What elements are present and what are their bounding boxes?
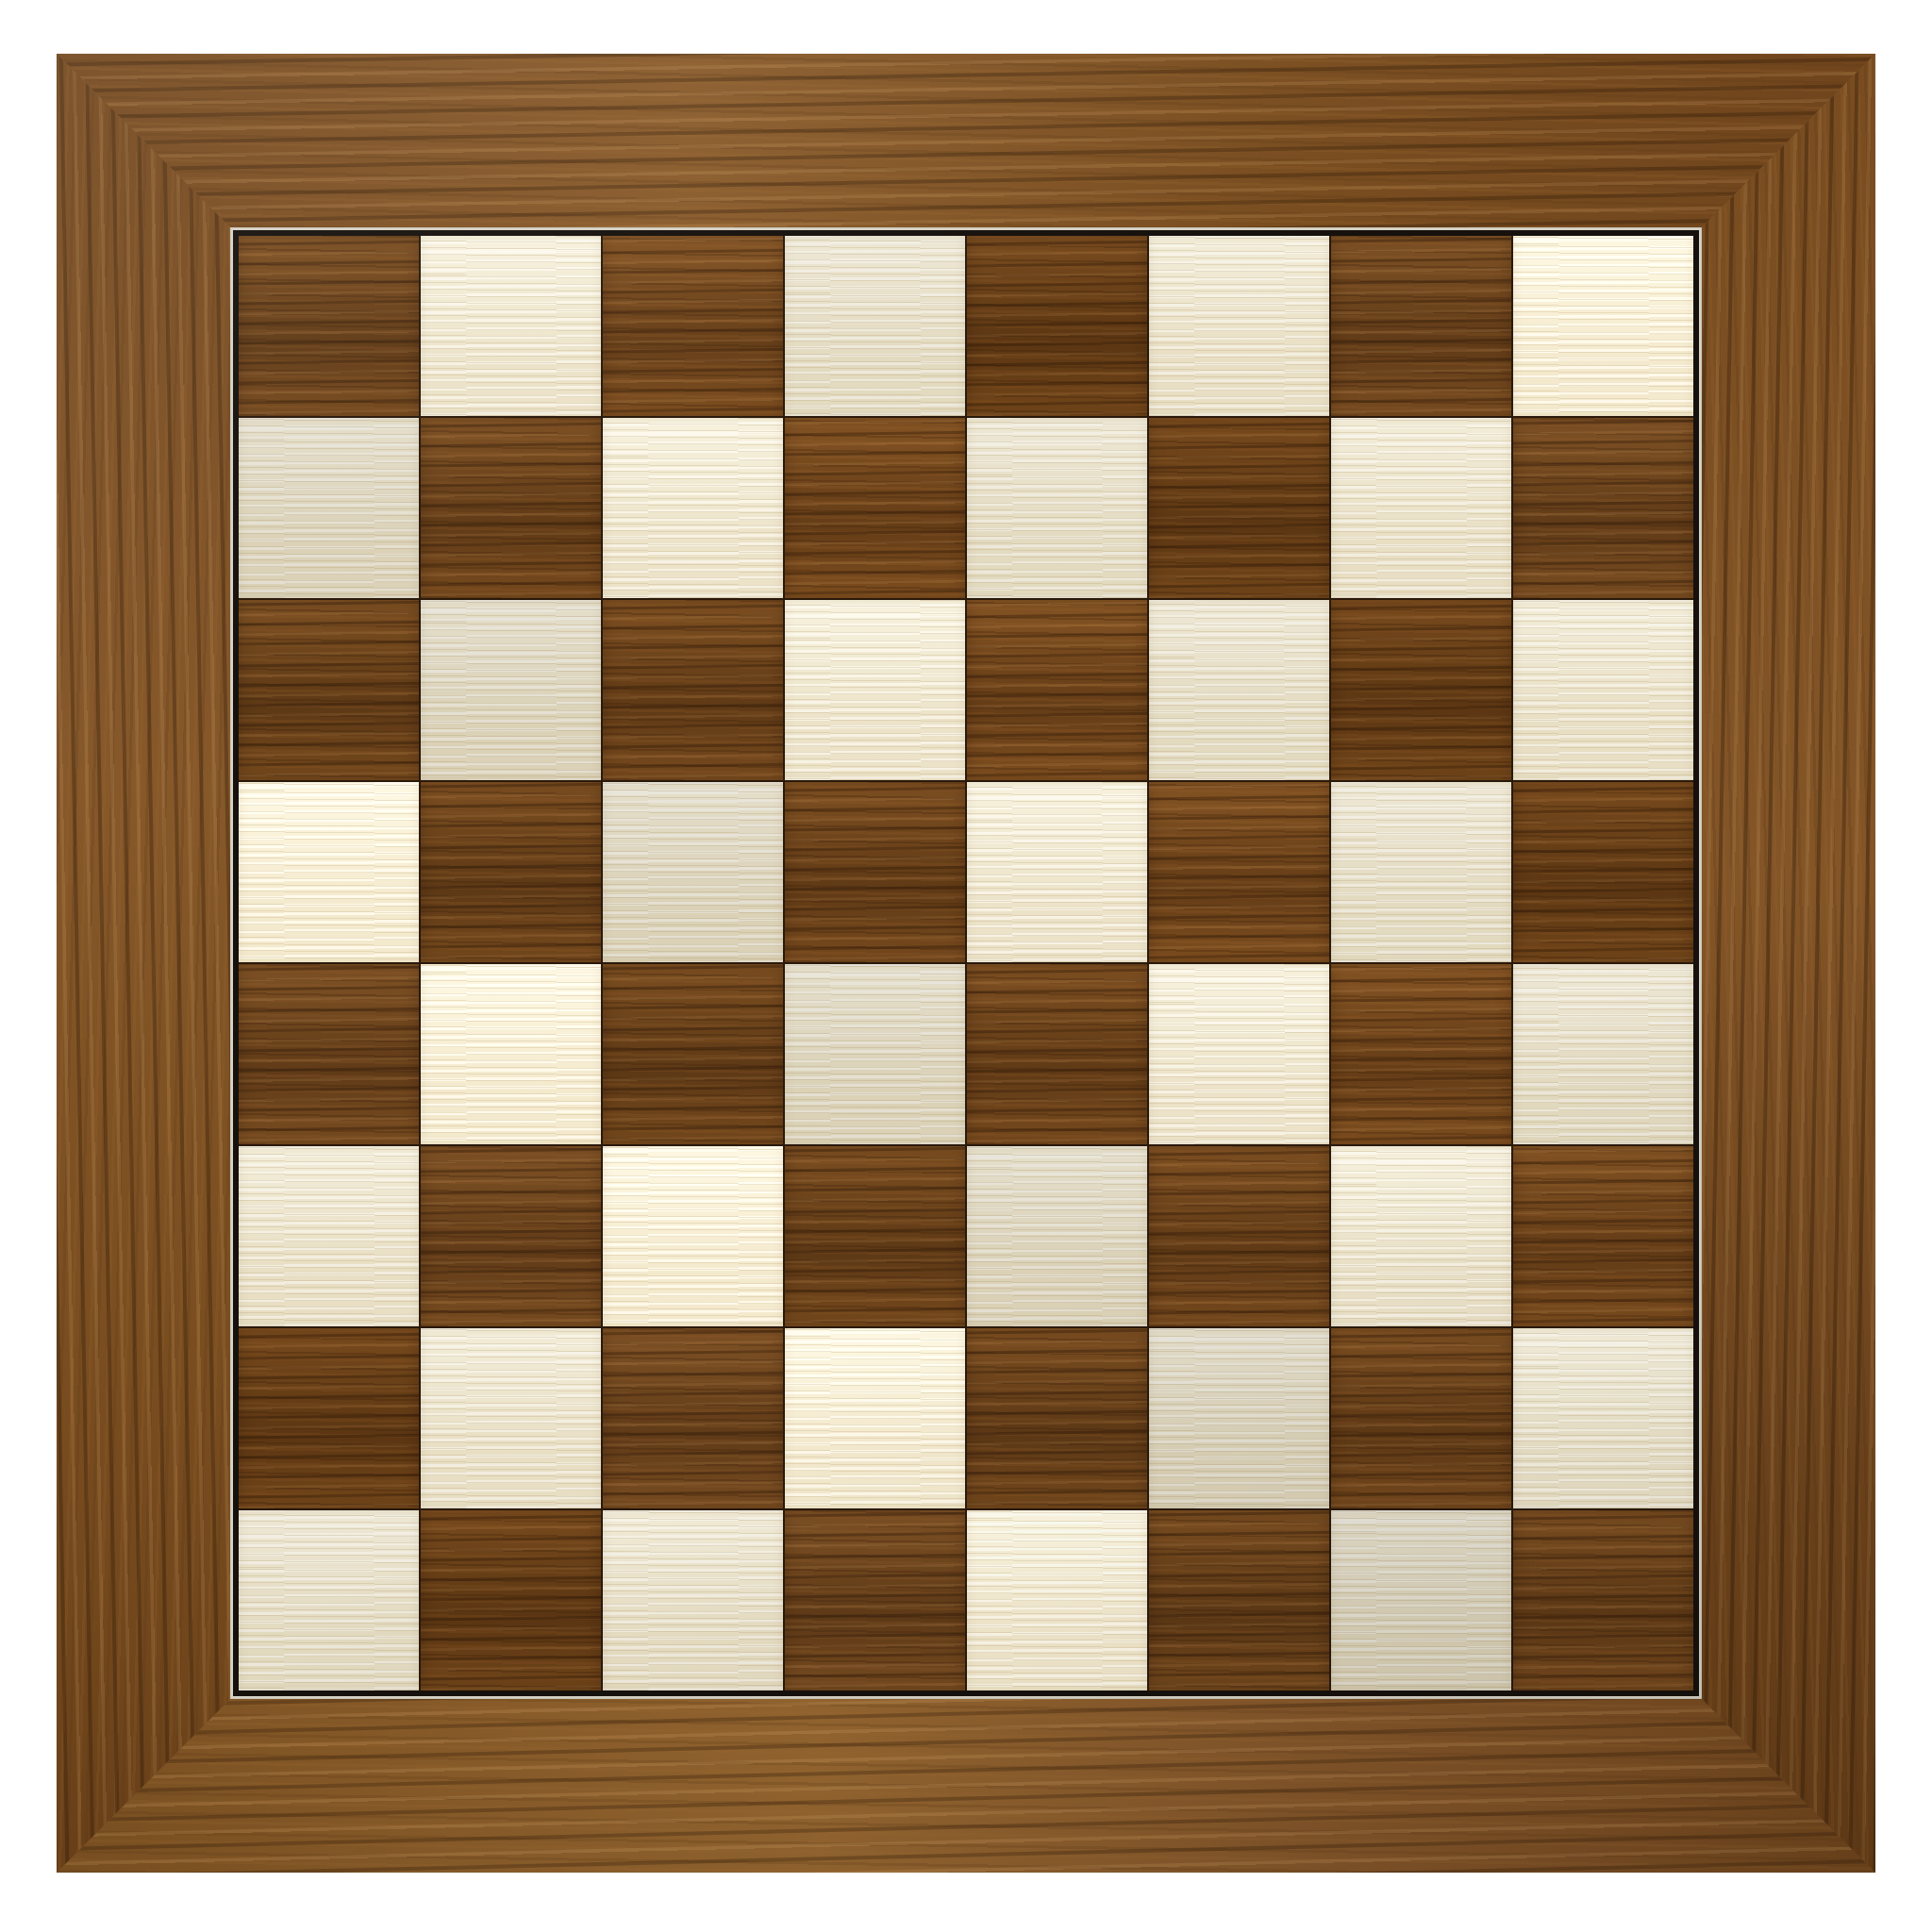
- chess-board: [57, 54, 1875, 1873]
- square-h2[interactable]: [1513, 1328, 1693, 1508]
- square-g4[interactable]: [1331, 964, 1511, 1144]
- square-g8[interactable]: [1331, 236, 1511, 416]
- square-a4[interactable]: [239, 964, 419, 1144]
- square-e2[interactable]: [967, 1328, 1147, 1508]
- square-a8[interactable]: [239, 236, 419, 416]
- square-g6[interactable]: [1331, 600, 1511, 780]
- square-h4[interactable]: [1513, 964, 1693, 1144]
- square-g3[interactable]: [1331, 1146, 1511, 1326]
- square-f7[interactable]: [1149, 418, 1329, 598]
- square-e1[interactable]: [967, 1510, 1147, 1690]
- square-c7[interactable]: [603, 418, 783, 598]
- square-h7[interactable]: [1513, 418, 1693, 598]
- square-f3[interactable]: [1149, 1146, 1329, 1326]
- square-b7[interactable]: [421, 418, 601, 598]
- square-g7[interactable]: [1331, 418, 1511, 598]
- square-a3[interactable]: [239, 1146, 419, 1326]
- square-g2[interactable]: [1331, 1328, 1511, 1508]
- square-d2[interactable]: [785, 1328, 965, 1508]
- square-f4[interactable]: [1149, 964, 1329, 1144]
- square-g1[interactable]: [1331, 1510, 1511, 1690]
- square-h8[interactable]: [1513, 236, 1693, 416]
- square-c5[interactable]: [603, 782, 783, 962]
- square-e4[interactable]: [967, 964, 1147, 1144]
- square-f1[interactable]: [1149, 1510, 1329, 1690]
- square-c6[interactable]: [603, 600, 783, 780]
- square-d1[interactable]: [785, 1510, 965, 1690]
- square-d3[interactable]: [785, 1146, 965, 1326]
- square-c1[interactable]: [603, 1510, 783, 1690]
- square-d6[interactable]: [785, 600, 965, 780]
- square-e7[interactable]: [967, 418, 1147, 598]
- square-d8[interactable]: [785, 236, 965, 416]
- square-f8[interactable]: [1149, 236, 1329, 416]
- square-e6[interactable]: [967, 600, 1147, 780]
- square-d4[interactable]: [785, 964, 965, 1144]
- board-inlay-silver-line: [230, 227, 1702, 1699]
- square-e5[interactable]: [967, 782, 1147, 962]
- square-c8[interactable]: [603, 236, 783, 416]
- square-e3[interactable]: [967, 1146, 1147, 1326]
- square-d5[interactable]: [785, 782, 965, 962]
- square-f6[interactable]: [1149, 600, 1329, 780]
- square-c2[interactable]: [603, 1328, 783, 1508]
- page-background: { "game": "chess", "description": "Empty…: [0, 0, 1932, 1932]
- square-b4[interactable]: [421, 964, 601, 1144]
- square-d7[interactable]: [785, 418, 965, 598]
- square-h1[interactable]: [1513, 1510, 1693, 1690]
- square-b8[interactable]: [421, 236, 601, 416]
- square-b5[interactable]: [421, 782, 601, 962]
- squares-grid: [239, 236, 1693, 1690]
- square-a6[interactable]: [239, 600, 419, 780]
- square-e8[interactable]: [967, 236, 1147, 416]
- square-c3[interactable]: [603, 1146, 783, 1326]
- square-b6[interactable]: [421, 600, 601, 780]
- square-h6[interactable]: [1513, 600, 1693, 780]
- square-g5[interactable]: [1331, 782, 1511, 962]
- square-f5[interactable]: [1149, 782, 1329, 962]
- square-b3[interactable]: [421, 1146, 601, 1326]
- square-c4[interactable]: [603, 964, 783, 1144]
- square-h5[interactable]: [1513, 782, 1693, 962]
- square-b1[interactable]: [421, 1510, 601, 1690]
- square-f2[interactable]: [1149, 1328, 1329, 1508]
- square-b2[interactable]: [421, 1328, 601, 1508]
- square-a5[interactable]: [239, 782, 419, 962]
- board-inlay-black-line: [233, 230, 1699, 1696]
- square-h3[interactable]: [1513, 1146, 1693, 1326]
- square-a2[interactable]: [239, 1328, 419, 1508]
- square-a1[interactable]: [239, 1510, 419, 1690]
- square-a7[interactable]: [239, 418, 419, 598]
